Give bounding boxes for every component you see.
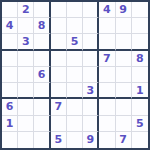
cell-r2c7[interactable] — [99, 18, 115, 34]
cell-r7c1[interactable]: 6 — [2, 99, 18, 115]
cell-r4c5[interactable] — [67, 51, 83, 67]
cell-r1c9[interactable] — [132, 2, 148, 18]
cell-r9c6[interactable]: 9 — [83, 132, 99, 148]
cell-r8c6[interactable] — [83, 116, 99, 132]
cell-r9c8[interactable]: 7 — [116, 132, 132, 148]
cell-r6c1[interactable] — [2, 83, 18, 99]
cell-r7c3[interactable] — [34, 99, 50, 115]
cell-r9c5[interactable] — [67, 132, 83, 148]
cell-r5c5[interactable] — [67, 67, 83, 83]
cell-r1c7[interactable]: 4 — [99, 2, 115, 18]
cell-r2c8[interactable] — [116, 18, 132, 34]
cell-r3c7[interactable] — [99, 34, 115, 50]
cell-r8c4[interactable] — [51, 116, 67, 132]
cell-r7c2[interactable] — [18, 99, 34, 115]
cell-r4c6[interactable] — [83, 51, 99, 67]
cell-r5c2[interactable] — [18, 67, 34, 83]
cell-r5c3[interactable]: 6 — [34, 67, 50, 83]
cell-r1c6[interactable] — [83, 2, 99, 18]
cell-r4c7[interactable]: 7 — [99, 51, 115, 67]
cell-r2c1[interactable]: 4 — [2, 18, 18, 34]
cell-r7c6[interactable] — [83, 99, 99, 115]
cell-r5c1[interactable] — [2, 67, 18, 83]
cell-r8c1[interactable]: 1 — [2, 116, 18, 132]
cell-r5c7[interactable] — [99, 67, 115, 83]
cell-r4c3[interactable] — [34, 51, 50, 67]
cell-r8c2[interactable] — [18, 116, 34, 132]
cell-r1c3[interactable] — [34, 2, 50, 18]
cell-r4c4[interactable] — [51, 51, 67, 67]
cell-r1c2[interactable]: 2 — [18, 2, 34, 18]
sudoku-board: 2494835786316715597 — [0, 0, 150, 150]
cell-r1c5[interactable] — [67, 2, 83, 18]
cell-r2c4[interactable] — [51, 18, 67, 34]
cell-r5c9[interactable] — [132, 67, 148, 83]
cell-r7c9[interactable] — [132, 99, 148, 115]
cell-r9c1[interactable] — [2, 132, 18, 148]
cell-r2c6[interactable] — [83, 18, 99, 34]
cell-r6c8[interactable] — [116, 83, 132, 99]
cell-r6c5[interactable] — [67, 83, 83, 99]
cell-r9c4[interactable]: 5 — [51, 132, 67, 148]
cell-r9c2[interactable] — [18, 132, 34, 148]
cell-r1c4[interactable] — [51, 2, 67, 18]
cell-r2c9[interactable] — [132, 18, 148, 34]
cell-r2c3[interactable]: 8 — [34, 18, 50, 34]
cell-r9c9[interactable] — [132, 132, 148, 148]
cell-r7c8[interactable] — [116, 99, 132, 115]
cell-r4c8[interactable] — [116, 51, 132, 67]
cell-r4c1[interactable] — [2, 51, 18, 67]
cell-r8c5[interactable] — [67, 116, 83, 132]
cell-r3c2[interactable]: 3 — [18, 34, 34, 50]
cell-r5c6[interactable] — [83, 67, 99, 83]
cell-r7c4[interactable]: 7 — [51, 99, 67, 115]
cell-r9c3[interactable] — [34, 132, 50, 148]
cell-r7c7[interactable] — [99, 99, 115, 115]
cell-r3c1[interactable] — [2, 34, 18, 50]
cell-r6c3[interactable] — [34, 83, 50, 99]
cell-r3c8[interactable] — [116, 34, 132, 50]
cell-r7c5[interactable] — [67, 99, 83, 115]
cell-r5c8[interactable] — [116, 67, 132, 83]
cell-r6c9[interactable]: 1 — [132, 83, 148, 99]
cell-r2c2[interactable] — [18, 18, 34, 34]
cell-r9c7[interactable] — [99, 132, 115, 148]
cell-r6c7[interactable] — [99, 83, 115, 99]
cell-r8c9[interactable]: 5 — [132, 116, 148, 132]
cell-r3c5[interactable]: 5 — [67, 34, 83, 50]
cell-r6c4[interactable] — [51, 83, 67, 99]
cell-r3c6[interactable] — [83, 34, 99, 50]
cell-r8c7[interactable] — [99, 116, 115, 132]
cell-r6c2[interactable] — [18, 83, 34, 99]
cell-r4c9[interactable]: 8 — [132, 51, 148, 67]
cell-r3c9[interactable] — [132, 34, 148, 50]
cell-r5c4[interactable] — [51, 67, 67, 83]
cell-r1c8[interactable]: 9 — [116, 2, 132, 18]
cell-r8c8[interactable] — [116, 116, 132, 132]
cell-r3c4[interactable] — [51, 34, 67, 50]
cell-r8c3[interactable] — [34, 116, 50, 132]
cell-r6c6[interactable]: 3 — [83, 83, 99, 99]
cell-r4c2[interactable] — [18, 51, 34, 67]
cell-r2c5[interactable] — [67, 18, 83, 34]
cell-r1c1[interactable] — [2, 2, 18, 18]
cell-r3c3[interactable] — [34, 34, 50, 50]
